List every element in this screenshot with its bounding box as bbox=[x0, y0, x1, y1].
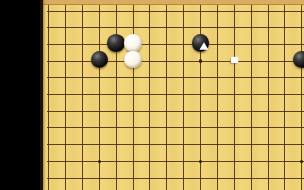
grid-line-horizontal bbox=[47, 44, 304, 45]
grid-line-vertical bbox=[133, 4, 134, 190]
grid-line-vertical bbox=[149, 4, 150, 190]
black-stone[interactable] bbox=[293, 51, 304, 68]
grid-line-vertical bbox=[65, 4, 66, 190]
grid-line-horizontal bbox=[47, 11, 304, 12]
white-stone[interactable] bbox=[124, 34, 141, 51]
board-left-edge bbox=[40, 0, 43, 190]
go-board[interactable] bbox=[40, 0, 304, 190]
grid-line-vertical bbox=[284, 4, 285, 190]
star-point bbox=[300, 160, 303, 163]
star-point bbox=[199, 160, 202, 163]
grid-line-horizontal bbox=[47, 111, 304, 112]
grid-line-vertical bbox=[234, 4, 235, 190]
grid-line-vertical bbox=[116, 4, 117, 190]
grid-line-horizontal bbox=[47, 77, 304, 78]
grid-line-horizontal bbox=[47, 178, 304, 179]
grid-line-horizontal bbox=[47, 144, 304, 145]
star-point bbox=[199, 59, 202, 62]
star-point bbox=[98, 160, 101, 163]
video-frame bbox=[0, 0, 304, 190]
grid-line-vertical bbox=[251, 4, 252, 190]
board-top-edge bbox=[40, 0, 304, 5]
grid-line-horizontal bbox=[47, 161, 304, 162]
black-stone[interactable] bbox=[192, 34, 209, 51]
black-stone[interactable] bbox=[91, 51, 108, 68]
grid-line-horizontal bbox=[47, 27, 304, 28]
grid-line-vertical bbox=[183, 4, 184, 190]
grid-line-vertical bbox=[82, 4, 83, 190]
grid-line-horizontal bbox=[47, 61, 304, 62]
letterbox-left-bar bbox=[0, 0, 40, 190]
grid-line-vertical bbox=[217, 4, 218, 190]
black-stone[interactable] bbox=[107, 34, 124, 51]
grid-line-vertical bbox=[166, 4, 167, 190]
grid-line-horizontal bbox=[47, 127, 304, 128]
white-stone[interactable] bbox=[124, 51, 141, 68]
grid-line-horizontal bbox=[47, 94, 304, 95]
last-move-triangle-icon bbox=[199, 42, 208, 50]
grid-line-vertical bbox=[268, 4, 269, 190]
square-marker bbox=[231, 57, 238, 64]
grid-line-vertical bbox=[48, 4, 49, 190]
